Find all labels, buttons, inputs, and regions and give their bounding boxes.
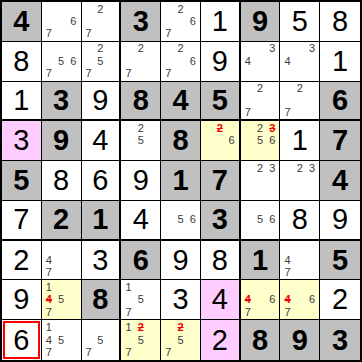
- empty-slot: [83, 43, 95, 55]
- empty-slot: [106, 334, 118, 347]
- empty-slot: [55, 254, 67, 266]
- cell-r1c2[interactable]: 67: [42, 2, 82, 42]
- cell-r7c3[interactable]: 3: [82, 241, 122, 281]
- empty-slot: [67, 266, 79, 278]
- cell-r8c5[interactable]: 3: [161, 280, 201, 320]
- cell-r6c9[interactable]: 9: [320, 201, 360, 241]
- cell-r5c3[interactable]: 6: [82, 161, 122, 201]
- cell-r7c5[interactable]: 9: [161, 241, 201, 281]
- cell-r2c1[interactable]: 8: [2, 42, 42, 82]
- empty-slot: [266, 147, 278, 159]
- empty-slot: [214, 147, 226, 159]
- solved-digit: 2: [332, 285, 348, 314]
- empty-slot: [242, 67, 254, 79]
- empty-slot: [306, 254, 318, 266]
- candidate-1: 1: [122, 321, 134, 334]
- candidate-7: 7: [43, 306, 55, 318]
- cell-r8c2[interactable]: 1457: [42, 280, 82, 320]
- cell-r8c4[interactable]: 157: [121, 280, 161, 320]
- candidate-7: 7: [122, 346, 134, 359]
- empty-slot: [242, 122, 254, 134]
- cell-r5c6[interactable]: 7: [201, 161, 241, 201]
- given-digit: 8: [172, 126, 188, 155]
- cell-r6c6[interactable]: 3: [201, 201, 241, 241]
- empty-slot: [306, 187, 318, 199]
- candidate-7: 7: [162, 28, 174, 40]
- cell-r9c3[interactable]: 57: [82, 320, 122, 360]
- cell-r1c7[interactable]: 9: [241, 2, 281, 42]
- solved-digit: 6: [13, 326, 29, 355]
- empty-slot: [122, 122, 134, 134]
- empty-slot: [266, 55, 278, 67]
- candidate-2: 2: [254, 162, 266, 174]
- empty-slot: [226, 122, 238, 134]
- candidate-5: 5: [135, 294, 147, 306]
- empty-slot: [55, 242, 67, 254]
- candidate-6: 6: [187, 15, 199, 27]
- given-digit: 4: [13, 7, 29, 36]
- candidate-5: 5: [94, 334, 106, 347]
- cell-r1c3[interactable]: 27: [82, 2, 122, 42]
- pencil-marks: 257: [82, 42, 120, 81]
- empty-slot: [254, 67, 266, 79]
- empty-slot: [187, 334, 199, 347]
- solved-digit: 4: [133, 205, 149, 234]
- empty-slot: [266, 187, 278, 199]
- empty-slot: [147, 294, 159, 306]
- empty-slot: [254, 147, 266, 159]
- cell-r5c7[interactable]: 23: [241, 161, 281, 201]
- cell-r7c2[interactable]: 47: [42, 241, 82, 281]
- cell-r4c3[interactable]: 4: [82, 121, 122, 161]
- empty-slot: [281, 67, 293, 79]
- candidate-3: 3: [306, 162, 318, 174]
- cell-r6c8[interactable]: 8: [280, 201, 320, 241]
- candidate-3: 3: [306, 43, 318, 55]
- candidate-6: 6: [266, 294, 278, 306]
- empty-slot: [122, 55, 134, 67]
- cell-r8c9[interactable]: 2: [320, 280, 360, 320]
- empty-slot: [162, 214, 174, 226]
- empty-slot: [147, 346, 159, 359]
- empty-slot: [106, 67, 118, 79]
- cell-r1c5[interactable]: 267: [161, 2, 201, 42]
- empty-slot: [67, 28, 79, 40]
- empty-slot: [55, 28, 67, 40]
- candidate-7: 7: [43, 266, 55, 278]
- empty-slot: [147, 306, 159, 318]
- candidate-3: 3: [266, 43, 278, 55]
- empty-slot: [281, 242, 293, 254]
- candidate-2: 2: [135, 43, 147, 55]
- candidate-5: 5: [174, 214, 186, 226]
- empty-slot: [306, 55, 318, 67]
- cell-r7c6[interactable]: 8: [201, 241, 241, 281]
- empty-slot: [254, 294, 266, 306]
- pencil-marks: 27: [121, 42, 160, 81]
- candidate-5: 5: [55, 334, 67, 347]
- empty-slot: [187, 346, 199, 359]
- cell-r8c1[interactable]: 9: [2, 280, 42, 320]
- empty-slot: [55, 266, 67, 278]
- solved-digit: 9: [133, 166, 149, 195]
- empty-slot: [254, 94, 266, 106]
- pencil-marks: 34: [280, 42, 319, 81]
- empty-slot: [67, 334, 79, 347]
- cell-r3c1[interactable]: 1: [2, 82, 42, 122]
- candidate-5: 5: [135, 334, 147, 347]
- cell-r4c1[interactable]: 3: [2, 121, 42, 161]
- empty-slot: [242, 43, 254, 55]
- cell-r2c7[interactable]: 34: [241, 42, 281, 82]
- cell-r9c1[interactable]: 6: [2, 320, 42, 360]
- cell-r6c7[interactable]: 56: [241, 201, 281, 241]
- cell-r3c2[interactable]: 3: [42, 82, 82, 122]
- empty-slot: [147, 122, 159, 134]
- cell-r4c2[interactable]: 9: [42, 121, 82, 161]
- cell-r7c8[interactable]: 47: [280, 241, 320, 281]
- empty-slot: [254, 226, 266, 238]
- cell-r6c2[interactable]: 2: [42, 201, 82, 241]
- solved-digit: 4: [92, 126, 108, 155]
- cell-r8c6[interactable]: 4: [201, 280, 241, 320]
- empty-slot: [162, 226, 174, 238]
- empty-slot: [294, 306, 306, 318]
- cell-r1c1[interactable]: 4: [2, 2, 42, 42]
- cell-r2c4[interactable]: 27: [121, 42, 161, 82]
- candidate-6: 6: [266, 214, 278, 226]
- solved-digit: 8: [13, 47, 29, 76]
- empty-slot: [187, 202, 199, 214]
- empty-slot: [306, 94, 318, 106]
- empty-slot: [281, 187, 293, 199]
- cell-r2c3[interactable]: 257: [82, 42, 122, 82]
- empty-slot: [135, 67, 147, 79]
- cell-r9c8[interactable]: 9: [280, 320, 320, 360]
- empty-slot: [254, 281, 266, 293]
- empty-slot: [306, 106, 318, 118]
- empty-slot: [94, 346, 106, 359]
- given-digit: 9: [252, 7, 268, 36]
- candidate-2: 2: [254, 122, 266, 134]
- cell-r5c1[interactable]: 5: [2, 161, 42, 201]
- given-digit: 3: [53, 86, 69, 115]
- empty-slot: [242, 83, 254, 95]
- candidate-1: 1: [43, 321, 55, 334]
- candidate-5: 5: [55, 294, 67, 306]
- cell-r8c3[interactable]: 8: [82, 280, 122, 320]
- pencil-marks: 56: [241, 201, 280, 239]
- solved-digit: 8: [292, 205, 308, 234]
- eliminated-candidate-2: 2: [135, 321, 147, 334]
- solved-digit: 8: [53, 166, 69, 195]
- solved-digit: 5: [292, 7, 308, 36]
- cell-r2c2[interactable]: 567: [42, 42, 82, 82]
- empty-slot: [254, 306, 266, 318]
- cell-r5c9[interactable]: 4: [320, 161, 360, 201]
- candidate-2: 2: [174, 3, 186, 15]
- empty-slot: [162, 334, 174, 347]
- empty-slot: [55, 3, 67, 15]
- empty-slot: [106, 28, 118, 40]
- empty-slot: [55, 346, 67, 359]
- empty-slot: [294, 174, 306, 186]
- empty-slot: [187, 67, 199, 79]
- empty-slot: [266, 202, 278, 214]
- cell-r2c8[interactable]: 34: [280, 42, 320, 82]
- solved-digit: 9: [92, 86, 108, 115]
- empty-slot: [83, 3, 95, 15]
- cell-r8c7[interactable]: 467: [241, 280, 281, 320]
- solved-digit: 3: [92, 246, 108, 275]
- cell-r3c7[interactable]: 27: [241, 82, 281, 122]
- pencil-marks: 27: [241, 82, 280, 120]
- empty-slot: [94, 28, 106, 40]
- empty-slot: [294, 55, 306, 67]
- empty-slot: [106, 43, 118, 55]
- pencil-marks: 25: [121, 121, 160, 160]
- empty-slot: [306, 266, 318, 278]
- pencil-marks: 67: [42, 2, 81, 41]
- cell-r3c8[interactable]: 27: [280, 82, 320, 122]
- candidate-2: 2: [254, 83, 266, 95]
- solved-digit: 9: [212, 47, 228, 76]
- solved-digit: 1: [13, 86, 29, 115]
- empty-slot: [202, 135, 214, 147]
- empty-slot: [43, 15, 55, 27]
- empty-slot: [147, 55, 159, 67]
- cell-r5c4[interactable]: 9: [121, 161, 161, 201]
- empty-slot: [55, 306, 67, 318]
- empty-slot: [94, 67, 106, 79]
- empty-slot: [254, 202, 266, 214]
- cell-r3c5[interactable]: 4: [161, 82, 201, 122]
- candidate-7: 7: [281, 106, 293, 118]
- eliminated-candidate-4: 4: [242, 294, 254, 306]
- candidate-5: 5: [135, 135, 147, 147]
- candidate-7: 7: [242, 306, 254, 318]
- empty-slot: [147, 67, 159, 79]
- given-digit: 9: [292, 326, 308, 355]
- empty-slot: [55, 281, 67, 293]
- cell-r9c7[interactable]: 8: [241, 320, 281, 360]
- empty-slot: [135, 281, 147, 293]
- pencil-marks: 27: [82, 2, 120, 41]
- empty-slot: [294, 281, 306, 293]
- pencil-marks: 56: [161, 201, 200, 239]
- candidate-4: 4: [281, 254, 293, 266]
- cell-r9c5[interactable]: 257: [161, 320, 201, 360]
- empty-slot: [162, 202, 174, 214]
- solved-digit: 8: [212, 246, 228, 275]
- cell-r9c9[interactable]: 3: [320, 320, 360, 360]
- cell-r3c9[interactable]: 6: [320, 82, 360, 122]
- candidate-6: 6: [306, 294, 318, 306]
- empty-slot: [67, 346, 79, 359]
- empty-slot: [306, 306, 318, 318]
- candidate-7: 7: [43, 67, 55, 79]
- solved-digit: 4: [212, 285, 228, 314]
- candidate-2: 2: [94, 43, 106, 55]
- cell-r4c7[interactable]: 2356: [241, 121, 281, 161]
- cell-r1c9[interactable]: 8: [320, 2, 360, 42]
- empty-slot: [187, 28, 199, 40]
- empty-slot: [294, 187, 306, 199]
- given-digit: 4: [172, 86, 188, 115]
- pencil-marks: 23: [241, 161, 280, 200]
- empty-slot: [67, 242, 79, 254]
- empty-slot: [147, 43, 159, 55]
- empty-slot: [254, 43, 266, 55]
- empty-slot: [67, 3, 79, 15]
- empty-slot: [187, 3, 199, 15]
- candidate-2: 2: [174, 43, 186, 55]
- solved-digit: 8: [332, 7, 348, 36]
- cell-r1c8[interactable]: 5: [280, 2, 320, 42]
- given-digit: 8: [133, 86, 149, 115]
- empty-slot: [106, 3, 118, 15]
- given-digit: 8: [252, 326, 268, 355]
- candidate-4: 4: [242, 55, 254, 67]
- pencil-marks: 467: [280, 280, 319, 319]
- candidate-7: 7: [43, 28, 55, 40]
- empty-slot: [202, 122, 214, 134]
- candidate-2: 2: [294, 162, 306, 174]
- cell-r5c5[interactable]: 1: [161, 161, 201, 201]
- cell-r9c4[interactable]: 1257: [121, 320, 161, 360]
- pencil-marks: 47: [42, 241, 81, 280]
- cell-r6c1[interactable]: 7: [2, 201, 42, 241]
- empty-slot: [254, 55, 266, 67]
- cell-r4c5[interactable]: 8: [161, 121, 201, 161]
- candidate-7: 7: [162, 67, 174, 79]
- empty-slot: [83, 334, 95, 347]
- cell-r4c6[interactable]: 26: [201, 121, 241, 161]
- empty-slot: [135, 346, 147, 359]
- empty-slot: [266, 226, 278, 238]
- empty-slot: [294, 242, 306, 254]
- cell-r6c5[interactable]: 56: [161, 201, 201, 241]
- candidate-1: 1: [43, 281, 55, 293]
- candidate-7: 7: [122, 306, 134, 318]
- pencil-marks: 567: [42, 42, 81, 81]
- empty-slot: [174, 226, 186, 238]
- empty-slot: [43, 242, 55, 254]
- cell-r4c4[interactable]: 25: [121, 121, 161, 161]
- cell-r2c5[interactable]: 267: [161, 42, 201, 82]
- cell-r4c9[interactable]: 7: [320, 121, 360, 161]
- empty-slot: [55, 15, 67, 27]
- cell-r8c8[interactable]: 467: [280, 280, 320, 320]
- empty-slot: [266, 306, 278, 318]
- candidate-5: 5: [254, 214, 266, 226]
- candidate-2: 2: [294, 83, 306, 95]
- given-digit: 1: [172, 166, 188, 195]
- empty-slot: [67, 67, 79, 79]
- given-digit: 3: [133, 7, 149, 36]
- empty-slot: [306, 242, 318, 254]
- empty-slot: [106, 55, 118, 67]
- empty-slot: [242, 174, 254, 186]
- given-digit: 7: [212, 166, 228, 195]
- empty-slot: [135, 55, 147, 67]
- empty-slot: [147, 135, 159, 147]
- empty-slot: [294, 254, 306, 266]
- empty-slot: [174, 28, 186, 40]
- empty-slot: [43, 55, 55, 67]
- empty-slot: [174, 15, 186, 27]
- empty-slot: [174, 346, 186, 359]
- empty-slot: [294, 266, 306, 278]
- cell-r9c2[interactable]: 1457: [42, 320, 82, 360]
- given-digit: 1: [92, 205, 108, 234]
- cell-r7c4[interactable]: 6: [121, 241, 161, 281]
- cell-r3c4[interactable]: 8: [121, 82, 161, 122]
- empty-slot: [294, 294, 306, 306]
- pencil-marks: 157: [121, 280, 160, 319]
- empty-slot: [187, 43, 199, 55]
- empty-slot: [147, 147, 159, 159]
- cell-r9c6[interactable]: 2: [201, 320, 241, 360]
- empty-slot: [281, 43, 293, 55]
- cell-r2c9[interactable]: 1: [320, 42, 360, 82]
- candidate-2: 2: [135, 122, 147, 134]
- cell-r6c3[interactable]: 1: [82, 201, 122, 241]
- cell-r4c8[interactable]: 1: [280, 121, 320, 161]
- empty-slot: [266, 281, 278, 293]
- empty-slot: [162, 15, 174, 27]
- given-digit: 9: [53, 126, 69, 155]
- cell-r3c6[interactable]: 5: [201, 82, 241, 122]
- empty-slot: [226, 147, 238, 159]
- empty-slot: [266, 83, 278, 95]
- cell-r6c4[interactable]: 4: [121, 201, 161, 241]
- cell-r5c2[interactable]: 8: [42, 161, 82, 201]
- empty-slot: [214, 135, 226, 147]
- pencil-marks: 1457: [42, 280, 81, 319]
- cell-r2c6[interactable]: 9: [201, 42, 241, 82]
- solved-digit: 9: [332, 205, 348, 234]
- cell-r5c8[interactable]: 23: [280, 161, 320, 201]
- candidate-7: 7: [43, 346, 55, 359]
- candidate-6: 6: [67, 55, 79, 67]
- empty-slot: [135, 306, 147, 318]
- solved-digit: 2: [13, 246, 29, 275]
- cell-r1c6[interactable]: 1: [201, 2, 241, 42]
- cell-r7c1[interactable]: 2: [2, 241, 42, 281]
- empty-slot: [242, 281, 254, 293]
- cell-r1c4[interactable]: 3: [121, 2, 161, 42]
- pencil-marks: 27: [280, 82, 319, 120]
- empty-slot: [55, 67, 67, 79]
- empty-slot: [254, 187, 266, 199]
- empty-slot: [281, 94, 293, 106]
- empty-slot: [162, 55, 174, 67]
- empty-slot: [83, 321, 95, 334]
- empty-slot: [55, 43, 67, 55]
- candidate-5: 5: [94, 55, 106, 67]
- empty-slot: [67, 281, 79, 293]
- empty-slot: [83, 15, 95, 27]
- cell-r7c7[interactable]: 1: [241, 241, 281, 281]
- empty-slot: [106, 15, 118, 27]
- cell-r7c9[interactable]: 5: [320, 241, 360, 281]
- cell-r3c3[interactable]: 9: [82, 82, 122, 122]
- empty-slot: [122, 294, 134, 306]
- empty-slot: [67, 294, 79, 306]
- candidate-7: 7: [122, 67, 134, 79]
- solved-digit: 7: [13, 205, 29, 234]
